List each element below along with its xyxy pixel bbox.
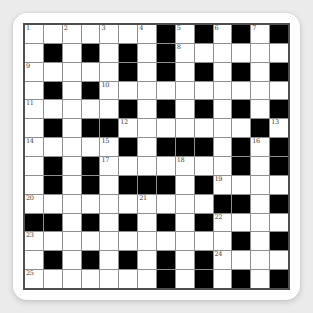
cell-r2c1[interactable] bbox=[25, 44, 43, 62]
cell-r9c9[interactable] bbox=[176, 176, 194, 194]
cell-r14c6[interactable] bbox=[119, 270, 137, 288]
cell-r4c3[interactable] bbox=[63, 82, 81, 100]
cell-r6c3[interactable] bbox=[63, 119, 81, 137]
cell-r9c12[interactable] bbox=[232, 176, 250, 194]
cell-r11c12[interactable] bbox=[232, 214, 250, 232]
cell-r3c5[interactable] bbox=[100, 63, 118, 81]
black-cell-r12c12 bbox=[232, 232, 250, 250]
cell-r10c8[interactable] bbox=[157, 195, 175, 213]
black-cell-r5c6 bbox=[119, 100, 137, 118]
clue-number-10: 10 bbox=[101, 81, 108, 89]
cell-r6c12[interactable] bbox=[232, 119, 250, 137]
cell-r4c8[interactable] bbox=[157, 82, 175, 100]
cell-r10c1[interactable]: 20 bbox=[25, 195, 43, 213]
cell-r13c1[interactable] bbox=[25, 251, 43, 269]
cell-r10c4[interactable] bbox=[82, 195, 100, 213]
cell-r1c5[interactable]: 3 bbox=[100, 25, 118, 43]
black-cell-r14c12 bbox=[232, 270, 250, 288]
cell-r14c1[interactable]: 25 bbox=[25, 270, 43, 288]
cell-r10c6[interactable] bbox=[119, 195, 137, 213]
cell-r8c11[interactable] bbox=[214, 157, 232, 175]
cell-r6c14[interactable]: 13 bbox=[270, 119, 288, 137]
clue-number-14: 14 bbox=[26, 137, 33, 145]
cell-r1c2[interactable] bbox=[44, 25, 62, 43]
cell-r2c3[interactable] bbox=[63, 44, 81, 62]
cell-r12c4[interactable] bbox=[82, 232, 100, 250]
black-cell-r6c4 bbox=[82, 119, 100, 137]
cell-r11c14[interactable] bbox=[270, 214, 288, 232]
clue-number-9: 9 bbox=[26, 62, 30, 70]
black-cell-r10c14 bbox=[270, 195, 288, 213]
clue-number-25: 25 bbox=[26, 269, 33, 277]
cell-r7c1[interactable]: 14 bbox=[25, 138, 43, 156]
cell-r4c5[interactable]: 10 bbox=[100, 82, 118, 100]
clue-number-3: 3 bbox=[101, 24, 105, 32]
cell-r7c7[interactable] bbox=[138, 138, 156, 156]
cell-r7c2[interactable] bbox=[44, 138, 62, 156]
cell-r1c4[interactable] bbox=[82, 25, 100, 43]
black-cell-r11c1 bbox=[25, 214, 43, 232]
black-cell-r2c8 bbox=[157, 44, 175, 62]
cell-r8c7[interactable] bbox=[138, 157, 156, 175]
black-cell-r2c2 bbox=[44, 44, 62, 62]
cell-r11c9[interactable] bbox=[176, 214, 194, 232]
black-cell-r7c14 bbox=[270, 138, 288, 156]
cell-r13c7[interactable] bbox=[138, 251, 156, 269]
cell-r5c5[interactable] bbox=[100, 100, 118, 118]
cell-r3c7[interactable] bbox=[138, 63, 156, 81]
cell-r9c11[interactable]: 19 bbox=[214, 176, 232, 194]
cell-r4c13[interactable] bbox=[251, 82, 269, 100]
black-cell-r1c14 bbox=[270, 25, 288, 43]
black-cell-r1c8 bbox=[157, 25, 175, 43]
cell-r12c11[interactable] bbox=[214, 232, 232, 250]
black-cell-r14c10 bbox=[195, 270, 213, 288]
clue-number-2: 2 bbox=[64, 24, 68, 32]
clue-number-8: 8 bbox=[177, 43, 181, 51]
cell-r9c3[interactable] bbox=[63, 176, 81, 194]
crossword-sticker-card: 1234567891011121314151617181920212223242… bbox=[13, 13, 300, 300]
black-cell-r4c2 bbox=[44, 82, 62, 100]
cell-r5c3[interactable] bbox=[63, 100, 81, 118]
black-cell-r13c6 bbox=[119, 251, 137, 269]
black-cell-r13c2 bbox=[44, 251, 62, 269]
black-cell-r5c12 bbox=[232, 100, 250, 118]
cell-r5c4[interactable] bbox=[82, 100, 100, 118]
black-cell-r14c14 bbox=[270, 270, 288, 288]
black-cell-r8c4 bbox=[82, 157, 100, 175]
cell-r10c10[interactable] bbox=[195, 195, 213, 213]
clue-number-17: 17 bbox=[101, 156, 108, 164]
cell-r14c7[interactable] bbox=[138, 270, 156, 288]
cell-r8c6[interactable] bbox=[119, 157, 137, 175]
page-background: 1234567891011121314151617181920212223242… bbox=[0, 0, 313, 313]
black-cell-r2c6 bbox=[119, 44, 137, 62]
cell-r7c13[interactable]: 16 bbox=[251, 138, 269, 156]
cell-r7c11[interactable] bbox=[214, 138, 232, 156]
cell-r12c3[interactable] bbox=[63, 232, 81, 250]
cell-r6c9[interactable] bbox=[176, 119, 194, 137]
black-cell-r13c10 bbox=[195, 251, 213, 269]
black-cell-r7c12 bbox=[232, 138, 250, 156]
cell-r6c10[interactable] bbox=[195, 119, 213, 137]
cell-r2c9[interactable]: 8 bbox=[176, 44, 194, 62]
black-cell-r1c12 bbox=[232, 25, 250, 43]
cell-r13c13[interactable] bbox=[251, 251, 269, 269]
cell-r2c13[interactable] bbox=[251, 44, 269, 62]
cell-r10c9[interactable] bbox=[176, 195, 194, 213]
cell-r10c7[interactable]: 21 bbox=[138, 195, 156, 213]
cell-r12c1[interactable]: 23 bbox=[25, 232, 43, 250]
black-cell-r14c8 bbox=[157, 270, 175, 288]
black-cell-r3c8 bbox=[157, 63, 175, 81]
cell-r11c3[interactable] bbox=[63, 214, 81, 232]
black-cell-r5c10 bbox=[195, 100, 213, 118]
clue-number-11: 11 bbox=[26, 99, 33, 107]
cell-r4c10[interactable] bbox=[195, 82, 213, 100]
black-cell-r3c6 bbox=[119, 63, 137, 81]
cell-r14c11[interactable] bbox=[214, 270, 232, 288]
cell-r6c7[interactable] bbox=[138, 119, 156, 137]
cell-r5c13[interactable] bbox=[251, 100, 269, 118]
cell-r1c13[interactable]: 7 bbox=[251, 25, 269, 43]
clue-number-4: 4 bbox=[139, 24, 143, 32]
cell-r1c11[interactable]: 6 bbox=[214, 25, 232, 43]
cell-r10c3[interactable] bbox=[63, 195, 81, 213]
clue-number-16: 16 bbox=[252, 137, 259, 145]
cell-r12c8[interactable] bbox=[157, 232, 175, 250]
clue-number-22: 22 bbox=[215, 213, 222, 221]
cell-r4c11[interactable] bbox=[214, 82, 232, 100]
black-cell-r9c8 bbox=[157, 176, 175, 194]
cell-r14c9[interactable] bbox=[176, 270, 194, 288]
clue-number-5: 5 bbox=[177, 24, 181, 32]
black-cell-r7c6 bbox=[119, 138, 137, 156]
cell-r1c7[interactable]: 4 bbox=[138, 25, 156, 43]
cell-r3c13[interactable] bbox=[251, 63, 269, 81]
cell-r13c11[interactable]: 24 bbox=[214, 251, 232, 269]
cell-r5c9[interactable] bbox=[176, 100, 194, 118]
clue-number-19: 19 bbox=[215, 175, 222, 183]
black-cell-r9c2 bbox=[44, 176, 62, 194]
cell-r9c13[interactable] bbox=[251, 176, 269, 194]
black-cell-r7c9 bbox=[176, 138, 194, 156]
cell-r10c5[interactable] bbox=[100, 195, 118, 213]
black-cell-r8c14 bbox=[270, 157, 288, 175]
cell-r3c1[interactable]: 9 bbox=[25, 63, 43, 81]
cell-r6c6[interactable]: 12 bbox=[119, 119, 137, 137]
clue-number-12: 12 bbox=[120, 118, 127, 126]
black-cell-r1c10 bbox=[195, 25, 213, 43]
cell-r12c2[interactable] bbox=[44, 232, 62, 250]
black-cell-r6c5 bbox=[100, 119, 118, 137]
cell-r6c1[interactable] bbox=[25, 119, 43, 137]
cell-r9c5[interactable] bbox=[100, 176, 118, 194]
cell-r14c5[interactable] bbox=[100, 270, 118, 288]
cell-r13c3[interactable] bbox=[63, 251, 81, 269]
crossword-grid: 1234567891011121314151617181920212223242… bbox=[23, 23, 290, 290]
cell-r2c11[interactable] bbox=[214, 44, 232, 62]
cell-r11c5[interactable] bbox=[100, 214, 118, 232]
cell-r9c1[interactable] bbox=[25, 176, 43, 194]
black-cell-r5c14 bbox=[270, 100, 288, 118]
black-cell-r3c14 bbox=[270, 63, 288, 81]
clue-number-15: 15 bbox=[101, 137, 108, 145]
cell-r12c9[interactable] bbox=[176, 232, 194, 250]
black-cell-r10c12 bbox=[232, 195, 250, 213]
cell-r7c4[interactable] bbox=[82, 138, 100, 156]
cell-r2c5[interactable] bbox=[100, 44, 118, 62]
black-cell-r5c8 bbox=[157, 100, 175, 118]
cell-r3c9[interactable] bbox=[176, 63, 194, 81]
black-cell-r7c8 bbox=[157, 138, 175, 156]
cell-r1c9[interactable]: 5 bbox=[176, 25, 194, 43]
black-cell-r9c6 bbox=[119, 176, 137, 194]
cell-r4c12[interactable] bbox=[232, 82, 250, 100]
black-cell-r3c12 bbox=[232, 63, 250, 81]
clue-number-20: 20 bbox=[26, 194, 33, 202]
black-cell-r11c4 bbox=[82, 214, 100, 232]
clue-number-7: 7 bbox=[252, 24, 256, 32]
cell-r14c2[interactable] bbox=[44, 270, 62, 288]
black-cell-r2c4 bbox=[82, 44, 100, 62]
cell-r8c1[interactable] bbox=[25, 157, 43, 175]
cell-r11c13[interactable] bbox=[251, 214, 269, 232]
black-cell-r12c14 bbox=[270, 232, 288, 250]
black-cell-r9c10 bbox=[195, 176, 213, 194]
cell-r6c11[interactable] bbox=[214, 119, 232, 137]
cell-r4c14[interactable] bbox=[270, 82, 288, 100]
cell-r2c14[interactable] bbox=[270, 44, 288, 62]
cell-r3c2[interactable] bbox=[44, 63, 62, 81]
cell-r14c3[interactable] bbox=[63, 270, 81, 288]
cell-r3c3[interactable] bbox=[63, 63, 81, 81]
cell-r9c14[interactable] bbox=[270, 176, 288, 194]
cell-r14c13[interactable] bbox=[251, 270, 269, 288]
black-cell-r13c4 bbox=[82, 251, 100, 269]
black-cell-r8c2 bbox=[44, 157, 62, 175]
black-cell-r11c2 bbox=[44, 214, 62, 232]
black-cell-r10c11 bbox=[214, 195, 232, 213]
cell-r8c5[interactable]: 17 bbox=[100, 157, 118, 175]
cell-r13c12[interactable] bbox=[232, 251, 250, 269]
cell-r13c14[interactable] bbox=[270, 251, 288, 269]
cell-r2c7[interactable] bbox=[138, 44, 156, 62]
cell-r12c13[interactable] bbox=[251, 232, 269, 250]
black-cell-r6c2 bbox=[44, 119, 62, 137]
cell-r12c5[interactable] bbox=[100, 232, 118, 250]
clue-number-1: 1 bbox=[26, 24, 30, 32]
cell-r7c3[interactable] bbox=[63, 138, 81, 156]
black-cell-r7c10 bbox=[195, 138, 213, 156]
clue-number-21: 21 bbox=[139, 194, 146, 202]
black-cell-r4c4 bbox=[82, 82, 100, 100]
black-cell-r3c10 bbox=[195, 63, 213, 81]
cell-r8c3[interactable] bbox=[63, 157, 81, 175]
cell-r4c6[interactable] bbox=[119, 82, 137, 100]
cell-r2c10[interactable] bbox=[195, 44, 213, 62]
cell-r8c8[interactable] bbox=[157, 157, 175, 175]
cell-r13c9[interactable] bbox=[176, 251, 194, 269]
cell-r10c13[interactable] bbox=[251, 195, 269, 213]
cell-r2c12[interactable] bbox=[232, 44, 250, 62]
cell-r11c11[interactable]: 22 bbox=[214, 214, 232, 232]
cell-r10c2[interactable] bbox=[44, 195, 62, 213]
cell-r13c5[interactable] bbox=[100, 251, 118, 269]
cell-r1c3[interactable]: 2 bbox=[63, 25, 81, 43]
cell-r6c8[interactable] bbox=[157, 119, 175, 137]
cell-r5c11[interactable] bbox=[214, 100, 232, 118]
cell-r12c6[interactable] bbox=[119, 232, 137, 250]
cell-r14c4[interactable] bbox=[82, 270, 100, 288]
cell-r1c1[interactable]: 1 bbox=[25, 25, 43, 43]
cell-r4c7[interactable] bbox=[138, 82, 156, 100]
black-cell-r9c4 bbox=[82, 176, 100, 194]
cell-r3c4[interactable] bbox=[82, 63, 100, 81]
clue-number-13: 13 bbox=[271, 118, 278, 126]
cell-r12c7[interactable] bbox=[138, 232, 156, 250]
black-cell-r11c8 bbox=[157, 214, 175, 232]
cell-r11c7[interactable] bbox=[138, 214, 156, 232]
cell-r7c5[interactable]: 15 bbox=[100, 138, 118, 156]
cell-r12c10[interactable] bbox=[195, 232, 213, 250]
clue-number-24: 24 bbox=[215, 250, 222, 258]
cell-r4c1[interactable] bbox=[25, 82, 43, 100]
cell-r5c2[interactable] bbox=[44, 100, 62, 118]
cell-r8c10[interactable] bbox=[195, 157, 213, 175]
clue-number-18: 18 bbox=[177, 156, 184, 164]
cell-r3c11[interactable] bbox=[214, 63, 232, 81]
cell-r1c6[interactable] bbox=[119, 25, 137, 43]
clue-number-6: 6 bbox=[215, 24, 219, 32]
cell-r4c9[interactable] bbox=[176, 82, 194, 100]
black-cell-r8c12 bbox=[232, 157, 250, 175]
cell-r5c7[interactable] bbox=[138, 100, 156, 118]
cell-r8c13[interactable] bbox=[251, 157, 269, 175]
black-cell-r9c7 bbox=[138, 176, 156, 194]
clue-number-23: 23 bbox=[26, 231, 33, 239]
black-cell-r6c13 bbox=[251, 119, 269, 137]
cell-r5c1[interactable]: 11 bbox=[25, 100, 43, 118]
cell-r8c9[interactable]: 18 bbox=[176, 157, 194, 175]
black-cell-r13c8 bbox=[157, 251, 175, 269]
black-cell-r11c6 bbox=[119, 214, 137, 232]
black-cell-r11c10 bbox=[195, 214, 213, 232]
